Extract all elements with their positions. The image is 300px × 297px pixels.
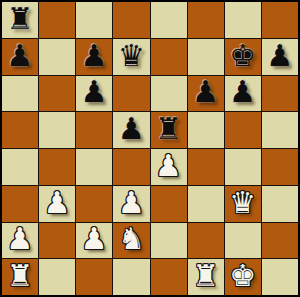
square-g8[interactable]: [225, 2, 261, 38]
square-c4[interactable]: [76, 149, 112, 185]
square-b6[interactable]: [39, 76, 75, 112]
square-c3[interactable]: [76, 186, 112, 222]
square-d2[interactable]: ♞: [113, 223, 149, 259]
square-h4[interactable]: [262, 149, 298, 185]
square-c8[interactable]: [76, 2, 112, 38]
square-a2[interactable]: ♟: [2, 223, 38, 259]
square-h7[interactable]: ♟: [262, 39, 298, 75]
square-h8[interactable]: [262, 2, 298, 38]
square-c2[interactable]: ♟: [76, 223, 112, 259]
chess-board: ♜♟♟♛♚♟♟♟♟♟♜♟♟♟♛♟♟♞♜♜♚: [0, 0, 300, 297]
square-a6[interactable]: [2, 76, 38, 112]
piece-white-pawn[interactable]: ♟: [118, 188, 145, 218]
piece-white-knight[interactable]: ♞: [118, 224, 145, 254]
square-g5[interactable]: [225, 112, 261, 148]
square-e1[interactable]: [151, 259, 187, 295]
square-e4[interactable]: ♟: [151, 149, 187, 185]
piece-white-pawn[interactable]: ♟: [44, 188, 71, 218]
square-g3[interactable]: ♛: [225, 186, 261, 222]
piece-black-rook[interactable]: ♜: [155, 114, 182, 144]
square-h3[interactable]: [262, 186, 298, 222]
square-a4[interactable]: [2, 149, 38, 185]
square-e5[interactable]: ♜: [151, 112, 187, 148]
square-e3[interactable]: [151, 186, 187, 222]
square-d5[interactable]: ♟: [113, 112, 149, 148]
square-f4[interactable]: [188, 149, 224, 185]
chess-board-window: ♜♟♟♛♚♟♟♟♟♟♜♟♟♟♛♟♟♞♜♜♚: [0, 0, 300, 297]
square-e6[interactable]: [151, 76, 187, 112]
square-a3[interactable]: [2, 186, 38, 222]
square-d1[interactable]: [113, 259, 149, 295]
square-g7[interactable]: ♚: [225, 39, 261, 75]
piece-black-pawn[interactable]: ♟: [118, 114, 145, 144]
square-h1[interactable]: [262, 259, 298, 295]
square-h6[interactable]: [262, 76, 298, 112]
piece-black-pawn[interactable]: ♟: [81, 41, 108, 71]
piece-white-queen[interactable]: ♛: [229, 188, 256, 218]
square-f5[interactable]: [188, 112, 224, 148]
piece-black-rook[interactable]: ♜: [7, 4, 34, 34]
square-b1[interactable]: [39, 259, 75, 295]
square-b7[interactable]: [39, 39, 75, 75]
square-c5[interactable]: [76, 112, 112, 148]
piece-white-rook[interactable]: ♜: [7, 261, 34, 291]
square-b8[interactable]: [39, 2, 75, 38]
square-b2[interactable]: [39, 223, 75, 259]
piece-white-king[interactable]: ♚: [229, 261, 256, 291]
piece-white-rook[interactable]: ♜: [192, 261, 219, 291]
square-f6[interactable]: ♟: [188, 76, 224, 112]
square-h2[interactable]: [262, 223, 298, 259]
square-f1[interactable]: ♜: [188, 259, 224, 295]
piece-black-pawn[interactable]: ♟: [192, 77, 219, 107]
square-g2[interactable]: [225, 223, 261, 259]
square-f3[interactable]: [188, 186, 224, 222]
square-e8[interactable]: [151, 2, 187, 38]
square-a7[interactable]: ♟: [2, 39, 38, 75]
square-b5[interactable]: [39, 112, 75, 148]
square-d3[interactable]: ♟: [113, 186, 149, 222]
piece-white-pawn[interactable]: ♟: [155, 151, 182, 181]
square-a1[interactable]: ♜: [2, 259, 38, 295]
square-e7[interactable]: [151, 39, 187, 75]
square-b4[interactable]: [39, 149, 75, 185]
square-a5[interactable]: [2, 112, 38, 148]
piece-black-pawn[interactable]: ♟: [7, 41, 34, 71]
piece-black-pawn[interactable]: ♟: [81, 77, 108, 107]
square-d7[interactable]: ♛: [113, 39, 149, 75]
piece-black-queen[interactable]: ♛: [118, 41, 145, 71]
square-f7[interactable]: [188, 39, 224, 75]
square-g1[interactable]: ♚: [225, 259, 261, 295]
piece-white-pawn[interactable]: ♟: [81, 224, 108, 254]
square-e2[interactable]: [151, 223, 187, 259]
piece-white-pawn[interactable]: ♟: [7, 224, 34, 254]
square-d4[interactable]: [113, 149, 149, 185]
square-f8[interactable]: [188, 2, 224, 38]
square-c7[interactable]: ♟: [76, 39, 112, 75]
square-g6[interactable]: ♟: [225, 76, 261, 112]
square-h5[interactable]: [262, 112, 298, 148]
square-c1[interactable]: [76, 259, 112, 295]
square-c6[interactable]: ♟: [76, 76, 112, 112]
square-d6[interactable]: [113, 76, 149, 112]
piece-black-king[interactable]: ♚: [229, 41, 256, 71]
square-f2[interactable]: [188, 223, 224, 259]
piece-black-pawn[interactable]: ♟: [229, 77, 256, 107]
square-d8[interactable]: [113, 2, 149, 38]
square-b3[interactable]: ♟: [39, 186, 75, 222]
piece-black-pawn[interactable]: ♟: [266, 41, 293, 71]
square-g4[interactable]: [225, 149, 261, 185]
square-a8[interactable]: ♜: [2, 2, 38, 38]
